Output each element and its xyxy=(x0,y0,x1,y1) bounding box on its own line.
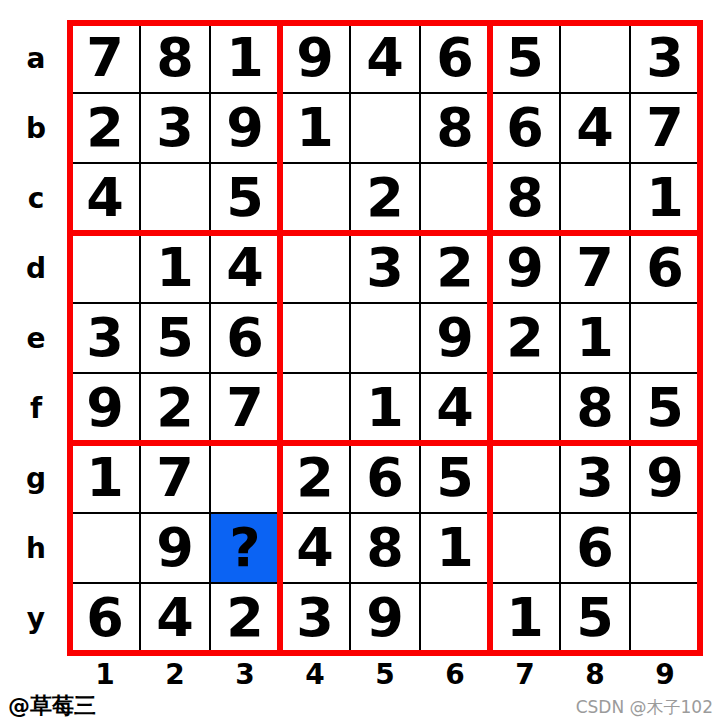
cell-a6[interactable]: 6 xyxy=(420,23,490,93)
cell-y5[interactable]: 9 xyxy=(350,583,420,653)
cell-h7[interactable] xyxy=(490,513,560,583)
box-divider-v2 xyxy=(487,20,493,656)
row-label-a: a xyxy=(12,23,60,93)
cell-b3[interactable]: 9 xyxy=(210,93,280,163)
col-label-3: 3 xyxy=(210,655,280,693)
cell-e9[interactable] xyxy=(630,303,700,373)
cell-b7[interactable]: 6 xyxy=(490,93,560,163)
cell-e5[interactable] xyxy=(350,303,420,373)
cell-b8[interactable]: 4 xyxy=(560,93,630,163)
cell-f6[interactable]: 4 xyxy=(420,373,490,443)
cell-y2[interactable]: 4 xyxy=(140,583,210,653)
cell-c5[interactable]: 2 xyxy=(350,163,420,233)
box-divider-h2 xyxy=(67,440,703,446)
row-label-e: e xyxy=(12,303,60,373)
row-label-d: d xyxy=(12,233,60,303)
cell-f1[interactable]: 9 xyxy=(70,373,140,443)
cell-a5[interactable]: 4 xyxy=(350,23,420,93)
row-label-g: g xyxy=(12,443,60,513)
cell-e6[interactable]: 9 xyxy=(420,303,490,373)
cell-g2[interactable]: 7 xyxy=(140,443,210,513)
cell-d5[interactable]: 3 xyxy=(350,233,420,303)
cell-y4[interactable]: 3 xyxy=(280,583,350,653)
row-label-c: c xyxy=(12,163,60,233)
cell-h1[interactable] xyxy=(70,513,140,583)
cell-d1[interactable] xyxy=(70,233,140,303)
cell-e7[interactable]: 2 xyxy=(490,303,560,373)
col-label-6: 6 xyxy=(420,655,490,693)
cell-g3[interactable] xyxy=(210,443,280,513)
col-label-5: 5 xyxy=(350,655,420,693)
cell-h3[interactable]: ? xyxy=(210,513,280,583)
cell-h8[interactable]: 6 xyxy=(560,513,630,583)
cell-y7[interactable]: 1 xyxy=(490,583,560,653)
box-divider-v1 xyxy=(277,20,283,656)
cell-y1[interactable]: 6 xyxy=(70,583,140,653)
cell-g7[interactable] xyxy=(490,443,560,513)
cell-h6[interactable]: 1 xyxy=(420,513,490,583)
cell-b9[interactable]: 7 xyxy=(630,93,700,163)
cell-e1[interactable]: 3 xyxy=(70,303,140,373)
cell-f4[interactable] xyxy=(280,373,350,443)
cell-y6[interactable] xyxy=(420,583,490,653)
cell-f8[interactable]: 8 xyxy=(560,373,630,443)
cell-e8[interactable]: 1 xyxy=(560,303,630,373)
box-border-left xyxy=(67,20,73,656)
col-label-9: 9 xyxy=(630,655,700,693)
cell-b2[interactable]: 3 xyxy=(140,93,210,163)
cell-a1[interactable]: 7 xyxy=(70,23,140,93)
cell-d4[interactable] xyxy=(280,233,350,303)
cell-c8[interactable] xyxy=(560,163,630,233)
sudoku-board: 7819465323918647452811432976356921927148… xyxy=(70,23,700,653)
cell-h2[interactable]: 9 xyxy=(140,513,210,583)
watermark-csdn-right: CSDN @木子102 xyxy=(576,696,713,719)
cell-d9[interactable]: 6 xyxy=(630,233,700,303)
watermark-author-left: @草莓三 xyxy=(8,691,96,720)
cell-b4[interactable]: 1 xyxy=(280,93,350,163)
cell-d8[interactable]: 7 xyxy=(560,233,630,303)
cell-g5[interactable]: 6 xyxy=(350,443,420,513)
cell-g1[interactable]: 1 xyxy=(70,443,140,513)
cell-g8[interactable]: 3 xyxy=(560,443,630,513)
cell-b1[interactable]: 2 xyxy=(70,93,140,163)
cell-f7[interactable] xyxy=(490,373,560,443)
box-border-right xyxy=(697,20,703,656)
cell-e4[interactable] xyxy=(280,303,350,373)
cell-a4[interactable]: 9 xyxy=(280,23,350,93)
cell-c4[interactable] xyxy=(280,163,350,233)
cell-d6[interactable]: 2 xyxy=(420,233,490,303)
cell-g4[interactable]: 2 xyxy=(280,443,350,513)
cell-c3[interactable]: 5 xyxy=(210,163,280,233)
cell-b5[interactable] xyxy=(350,93,420,163)
cell-h9[interactable] xyxy=(630,513,700,583)
cell-c7[interactable]: 8 xyxy=(490,163,560,233)
cell-c9[interactable]: 1 xyxy=(630,163,700,233)
cell-f3[interactable]: 7 xyxy=(210,373,280,443)
col-label-2: 2 xyxy=(140,655,210,693)
row-label-y: y xyxy=(12,583,60,653)
col-label-7: 7 xyxy=(490,655,560,693)
cell-a8[interactable] xyxy=(560,23,630,93)
cell-c6[interactable] xyxy=(420,163,490,233)
cell-e3[interactable]: 6 xyxy=(210,303,280,373)
col-label-1: 1 xyxy=(70,655,140,693)
cell-c1[interactable]: 4 xyxy=(70,163,140,233)
cell-d2[interactable]: 1 xyxy=(140,233,210,303)
cell-g9[interactable]: 9 xyxy=(630,443,700,513)
cell-y9[interactable] xyxy=(630,583,700,653)
cell-d7[interactable]: 9 xyxy=(490,233,560,303)
cell-a9[interactable]: 3 xyxy=(630,23,700,93)
row-label-h: h xyxy=(12,513,60,583)
row-label-f: f xyxy=(12,373,60,443)
cell-h5[interactable]: 8 xyxy=(350,513,420,583)
cell-f2[interactable]: 2 xyxy=(140,373,210,443)
cell-f5[interactable]: 1 xyxy=(350,373,420,443)
cell-y3[interactable]: 2 xyxy=(210,583,280,653)
col-label-8: 8 xyxy=(560,655,630,693)
cell-y8[interactable]: 5 xyxy=(560,583,630,653)
cell-a3[interactable]: 1 xyxy=(210,23,280,93)
cell-f9[interactable]: 5 xyxy=(630,373,700,443)
cell-d3[interactable]: 4 xyxy=(210,233,280,303)
col-label-4: 4 xyxy=(280,655,350,693)
sudoku-page: abcdefghy 781946532391864745281143297635… xyxy=(0,0,720,720)
box-border-top xyxy=(67,20,703,26)
row-labels: abcdefghy xyxy=(12,23,60,653)
cell-b6[interactable]: 8 xyxy=(420,93,490,163)
cell-a2[interactable]: 8 xyxy=(140,23,210,93)
box-divider-h1 xyxy=(67,230,703,236)
cell-h4[interactable]: 4 xyxy=(280,513,350,583)
cell-c2[interactable] xyxy=(140,163,210,233)
col-labels: 123456789 xyxy=(70,655,700,693)
cell-a7[interactable]: 5 xyxy=(490,23,560,93)
row-label-b: b xyxy=(12,93,60,163)
cell-g6[interactable]: 5 xyxy=(420,443,490,513)
cell-e2[interactable]: 5 xyxy=(140,303,210,373)
